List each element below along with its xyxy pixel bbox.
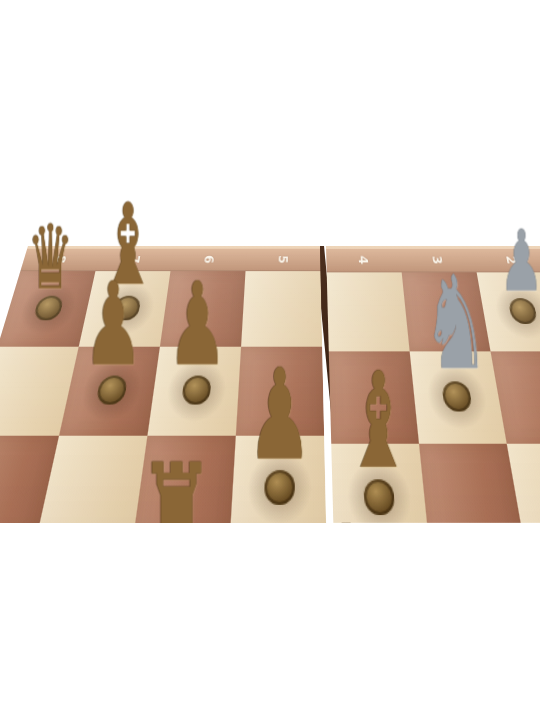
pawn-glyph: ♟ [247,352,312,478]
rank-label-text: 4 [357,256,371,265]
square-g6[interactable] [507,444,540,523]
pawn-glyph: ♟ [499,219,540,304]
chess-board-scene: 8765 ♛♝♟♟♟♜♟♜♟ 4321 ♟♝♞♚ [0,246,540,523]
knight-glyph: ♞ [422,259,489,388]
rank-label-5: 5 [246,246,321,271]
board-photo-crop: 8765 ♛♝♟♟♟♜♟♜♟ 4321 ♟♝♞♚ [0,0,540,523]
board-right-half: 4321 ♟♝♞♚ [326,246,540,523]
queen-glyph: ♛ [27,212,73,301]
rank-label-4: 4 [326,246,402,272]
pawn-glyph: ♟ [167,267,227,382]
square-b6[interactable] [35,436,147,523]
square-a6[interactable] [0,436,59,523]
rank-label-text: 5 [277,255,290,263]
square-a7[interactable] [0,347,79,436]
square-e8[interactable] [327,272,410,351]
square-f6[interactable] [419,444,526,523]
square-g7[interactable] [491,351,540,443]
rook-glyph: ♜ [137,443,215,523]
bishop-glyph: ♝ [344,355,413,487]
square-d8[interactable] [241,271,322,347]
product-photo: 8765 ♛♝♟♟♟♜♟♜♟ 4321 ♟♝♞♚ [0,0,540,720]
pawn-glyph: ♟ [83,267,143,382]
board-left-half: 8765 ♛♝♟♟♟♜♟♜♟ [0,246,352,523]
